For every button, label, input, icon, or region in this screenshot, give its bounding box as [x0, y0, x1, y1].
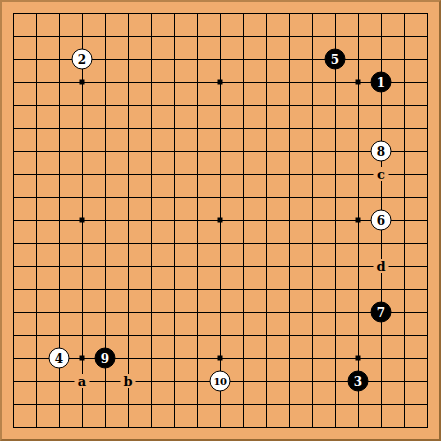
stone-number: 8: [377, 145, 385, 158]
grid-cell: [59, 312, 82, 335]
grid-cell: [243, 243, 266, 266]
grid-cell: [404, 151, 428, 174]
grid-cell: [174, 312, 197, 335]
grid-cell: [266, 220, 289, 243]
grid-cell: [197, 220, 220, 243]
grid-cell: [381, 358, 404, 381]
grid-cell: [13, 59, 36, 82]
grid-cell: [128, 151, 151, 174]
grid-cell: [220, 128, 243, 151]
grid-cell: [36, 197, 59, 220]
grid-cell: [220, 13, 243, 36]
grid-cell: [289, 151, 312, 174]
grid-cell: [128, 404, 151, 428]
grid-cell: [36, 381, 59, 404]
grid-cell: [358, 36, 381, 59]
grid-cell: [105, 105, 128, 128]
grid-cell: [105, 82, 128, 105]
grid-cell: [335, 82, 358, 105]
grid-cell: [59, 243, 82, 266]
grid-cell: [335, 404, 358, 428]
grid-cell: [266, 312, 289, 335]
grid-cell: [220, 404, 243, 428]
grid-cell: [36, 105, 59, 128]
grid-cell: [82, 105, 105, 128]
grid-cell: [289, 197, 312, 220]
grid-cell: [105, 312, 128, 335]
grid-cell: [243, 220, 266, 243]
grid-cell: [266, 197, 289, 220]
grid-cell: [312, 312, 335, 335]
grid-cell: [266, 128, 289, 151]
grid-cell: [404, 82, 428, 105]
grid-cell: [358, 335, 381, 358]
grid-cell: [335, 105, 358, 128]
grid-cell: [105, 128, 128, 151]
grid-cell: [289, 105, 312, 128]
stone-2-white-D17: 2: [72, 49, 93, 70]
star-point: [356, 356, 361, 361]
star-point: [80, 356, 85, 361]
grid-cell: [151, 82, 174, 105]
grid-cell: [243, 105, 266, 128]
grid-cell: [13, 266, 36, 289]
stone-number: 1: [377, 76, 385, 89]
grid-cell: [243, 59, 266, 82]
grid-cell: [59, 220, 82, 243]
grid-cell: [289, 289, 312, 312]
grid-cell: [174, 151, 197, 174]
grid-cell: [312, 82, 335, 105]
grid-cell: [220, 197, 243, 220]
grid-cell: [266, 174, 289, 197]
grid-cell: [151, 220, 174, 243]
grid-cell: [266, 13, 289, 36]
grid-cell: [13, 335, 36, 358]
grid-cell: [13, 174, 36, 197]
grid-cell: [289, 59, 312, 82]
grid-cell: [220, 335, 243, 358]
grid-cell: [151, 174, 174, 197]
grid-cell: [174, 197, 197, 220]
stone-10-white-K3: 10: [210, 371, 231, 392]
grid-cell: [174, 13, 197, 36]
grid-cell: [404, 266, 428, 289]
grid-cell: [197, 312, 220, 335]
grid-cell: [105, 151, 128, 174]
grid-cell: [358, 13, 381, 36]
grid-cell: [266, 404, 289, 428]
star-point: [80, 218, 85, 223]
grid-cell: [312, 105, 335, 128]
grid-cell: [243, 128, 266, 151]
grid-cell: [289, 36, 312, 59]
grid-cell: [105, 289, 128, 312]
grid-cell: [404, 312, 428, 335]
grid-cell: [289, 312, 312, 335]
grid-cell: [220, 243, 243, 266]
grid-cell: [82, 13, 105, 36]
grid-cell: [13, 289, 36, 312]
grid-cell: [312, 358, 335, 381]
grid-cell: [105, 174, 128, 197]
grid-cell: [151, 36, 174, 59]
grid-cell: [151, 13, 174, 36]
grid-cell: [151, 266, 174, 289]
stone-3-black-Q3: 3: [348, 371, 369, 392]
grid-cell: [174, 358, 197, 381]
grid-cell: [151, 105, 174, 128]
grid-cell: [174, 105, 197, 128]
grid-cell: [312, 174, 335, 197]
grid-cell: [220, 266, 243, 289]
grid-cell: [381, 105, 404, 128]
grid-cell: [128, 220, 151, 243]
grid-cell: [82, 266, 105, 289]
grid-cell: [13, 243, 36, 266]
grid-cell: [82, 174, 105, 197]
stone-number: 10: [214, 376, 227, 387]
star-point: [218, 80, 223, 85]
grid-cell: [59, 105, 82, 128]
grid-cell: [13, 36, 36, 59]
label-c: c: [374, 167, 389, 181]
grid-cell: [312, 220, 335, 243]
grid-cell: [266, 243, 289, 266]
stone-number: 3: [354, 375, 362, 388]
grid-cell: [128, 243, 151, 266]
go-board: abcd12345678910: [0, 0, 441, 441]
grid-cell: [197, 36, 220, 59]
grid-cell: [243, 13, 266, 36]
grid-cell: [404, 59, 428, 82]
grid-cell: [13, 312, 36, 335]
grid-cell: [266, 105, 289, 128]
grid-cell: [174, 36, 197, 59]
grid-cell: [82, 128, 105, 151]
star-point: [80, 80, 85, 85]
grid-cell: [128, 174, 151, 197]
grid-cell: [105, 197, 128, 220]
grid-cell: [36, 266, 59, 289]
grid-cell: [289, 335, 312, 358]
grid-cell: [243, 312, 266, 335]
grid-cell: [404, 243, 428, 266]
grid-cell: [59, 82, 82, 105]
grid-cell: [174, 404, 197, 428]
grid-cell: [404, 358, 428, 381]
grid-cell: [36, 174, 59, 197]
grid-cell: [13, 197, 36, 220]
grid-cell: [36, 128, 59, 151]
grid-cell: [381, 381, 404, 404]
grid-cell: [289, 381, 312, 404]
grid-cell: [105, 220, 128, 243]
grid-cell: [36, 151, 59, 174]
grid-cell: [174, 174, 197, 197]
grid-cell: [312, 128, 335, 151]
grid-cell: [220, 174, 243, 197]
grid-cell: [36, 220, 59, 243]
grid-cell: [381, 404, 404, 428]
grid-cell: [128, 82, 151, 105]
grid-cell: [381, 335, 404, 358]
grid-cell: [36, 243, 59, 266]
grid-cell: [197, 151, 220, 174]
grid-cell: [151, 358, 174, 381]
grid-cell: [220, 105, 243, 128]
grid-cell: [174, 381, 197, 404]
grid-cell: [128, 197, 151, 220]
grid-cell: [82, 151, 105, 174]
grid-cell: [105, 36, 128, 59]
grid-cell: [59, 128, 82, 151]
grid-cell: [197, 266, 220, 289]
grid-cell: [358, 404, 381, 428]
grid-cell: [151, 59, 174, 82]
label-d: d: [374, 259, 389, 273]
grid-cell: [220, 289, 243, 312]
stone-5-black-P17: 5: [325, 49, 346, 70]
stone-number: 7: [377, 306, 385, 319]
grid-cell: [312, 13, 335, 36]
grid-cell: [404, 197, 428, 220]
grid-cell: [289, 220, 312, 243]
grid-cell: [13, 128, 36, 151]
grid-cell: [404, 381, 428, 404]
grid-cell: [128, 312, 151, 335]
stone-9-black-E4: 9: [95, 348, 116, 369]
grid-cell: [13, 13, 36, 36]
grid-cell: [289, 128, 312, 151]
grid-cell: [312, 404, 335, 428]
grid-cell: [13, 358, 36, 381]
grid-cell: [243, 266, 266, 289]
grid-cell: [404, 289, 428, 312]
grid-cell: [59, 266, 82, 289]
grid-cell: [358, 105, 381, 128]
grid-cell: [128, 36, 151, 59]
grid-cell: [220, 36, 243, 59]
grid-cell: [197, 128, 220, 151]
grid-cell: [197, 243, 220, 266]
grid-cell: [220, 82, 243, 105]
grid-cell: [266, 335, 289, 358]
grid-cell: [36, 289, 59, 312]
grid-cell: [151, 404, 174, 428]
stone-7-black-R6: 7: [371, 302, 392, 323]
grid-cell: [335, 128, 358, 151]
grid-cell: [289, 174, 312, 197]
grid-cell: [266, 36, 289, 59]
grid-cell: [243, 358, 266, 381]
stone-6-white-R10: 6: [371, 210, 392, 231]
grid-cell: [243, 404, 266, 428]
grid-cell: [404, 335, 428, 358]
grid-cell: [13, 404, 36, 428]
stone-1-black-R16: 1: [371, 72, 392, 93]
grid-cell: [335, 312, 358, 335]
grid-cell: [105, 243, 128, 266]
grid-cell: [243, 174, 266, 197]
grid-cell: [128, 128, 151, 151]
grid-cell: [151, 197, 174, 220]
grid-cell: [82, 312, 105, 335]
grid-cell: [243, 82, 266, 105]
grid-cell: [105, 13, 128, 36]
stone-number: 4: [55, 352, 63, 365]
grid-cell: [105, 59, 128, 82]
stone-number: 9: [101, 352, 109, 365]
grid-cell: [105, 266, 128, 289]
grid-cell: [312, 335, 335, 358]
grid-cell: [289, 13, 312, 36]
grid-cell: [381, 36, 404, 59]
grid-cell: [36, 59, 59, 82]
grid-cell: [335, 266, 358, 289]
stone-number: 6: [377, 214, 385, 227]
grid-cell: [312, 381, 335, 404]
star-point: [218, 218, 223, 223]
grid-cell: [128, 335, 151, 358]
grid-cell: [151, 243, 174, 266]
grid-cell: [381, 13, 404, 36]
grid-cell: [266, 59, 289, 82]
grid-cell: [335, 151, 358, 174]
grid-cell: [197, 13, 220, 36]
grid-cell: [151, 289, 174, 312]
grid-cell: [220, 59, 243, 82]
grid-cell: [404, 128, 428, 151]
stone-4-white-C4: 4: [49, 348, 70, 369]
grid-cell: [197, 105, 220, 128]
grid-cell: [266, 358, 289, 381]
grid-cell: [128, 266, 151, 289]
grid-cell: [289, 82, 312, 105]
stone-8-white-R13: 8: [371, 141, 392, 162]
grid-cell: [243, 381, 266, 404]
grid-cell: [151, 151, 174, 174]
grid-cell: [13, 381, 36, 404]
grid-cell: [404, 36, 428, 59]
grid-cell: [174, 82, 197, 105]
grid-cell: [289, 358, 312, 381]
grid-cell: [151, 128, 174, 151]
grid-cell: [335, 13, 358, 36]
grid-cell: [289, 243, 312, 266]
stone-number: 2: [78, 53, 86, 66]
grid-cell: [404, 13, 428, 36]
grid-cell: [197, 82, 220, 105]
grid-cell: [174, 220, 197, 243]
grid-cell: [289, 404, 312, 428]
grid-cell: [197, 289, 220, 312]
star-point: [356, 80, 361, 85]
grid-cell: [36, 404, 59, 428]
grid-cell: [174, 59, 197, 82]
grid-cell: [13, 105, 36, 128]
grid-cell: [197, 404, 220, 428]
grid-cell: [128, 13, 151, 36]
grid-cell: [13, 82, 36, 105]
grid-cell: [404, 174, 428, 197]
star-point: [356, 218, 361, 223]
grid-cell: [243, 36, 266, 59]
grid-cell: [197, 174, 220, 197]
grid-cell: [128, 289, 151, 312]
grid-cell: [174, 243, 197, 266]
grid-cell: [404, 220, 428, 243]
grid-cell: [243, 197, 266, 220]
grid-cell: [174, 128, 197, 151]
grid-cell: [13, 220, 36, 243]
grid-cell: [312, 266, 335, 289]
grid-cell: [335, 220, 358, 243]
grid-cell: [220, 220, 243, 243]
star-point: [218, 356, 223, 361]
grid-cell: [404, 105, 428, 128]
grid-cell: [128, 59, 151, 82]
grid-cell: [82, 243, 105, 266]
grid-cell: [266, 151, 289, 174]
grid-cell: [243, 151, 266, 174]
grid-cell: [335, 243, 358, 266]
grid-cell: [404, 404, 428, 428]
grid-cell: [36, 312, 59, 335]
grid-cell: [312, 243, 335, 266]
grid-cell: [174, 335, 197, 358]
grid-cell: [151, 312, 174, 335]
grid-cell: [36, 36, 59, 59]
grid-cell: [243, 335, 266, 358]
grid-cell: [59, 289, 82, 312]
grid-cell: [59, 13, 82, 36]
grid-cell: [151, 381, 174, 404]
grid-cell: [59, 404, 82, 428]
grid-cell: [220, 151, 243, 174]
grid-cell: [105, 404, 128, 428]
grid-cell: [13, 151, 36, 174]
grid-cell: [82, 220, 105, 243]
grid-cell: [82, 404, 105, 428]
grid-cell: [82, 82, 105, 105]
grid-cell: [220, 312, 243, 335]
grid-cell: [266, 381, 289, 404]
grid-cell: [243, 289, 266, 312]
grid-cell: [312, 151, 335, 174]
grid-cell: [82, 197, 105, 220]
grid-cell: [266, 266, 289, 289]
grid-cell: [335, 174, 358, 197]
grid-cell: [174, 289, 197, 312]
grid-cell: [59, 174, 82, 197]
label-a: a: [75, 374, 90, 388]
grid-cell: [312, 197, 335, 220]
grid-cell: [266, 82, 289, 105]
grid-cell: [312, 289, 335, 312]
grid-cell: [266, 289, 289, 312]
grid-cell: [151, 335, 174, 358]
label-b: b: [121, 374, 136, 388]
grid-cell: [335, 289, 358, 312]
grid-cell: [174, 266, 197, 289]
grid-cell: [289, 266, 312, 289]
grid-cell: [59, 151, 82, 174]
grid-cell: [82, 289, 105, 312]
stone-number: 5: [331, 53, 339, 66]
grid-cell: [36, 82, 59, 105]
grid-cell: [36, 13, 59, 36]
